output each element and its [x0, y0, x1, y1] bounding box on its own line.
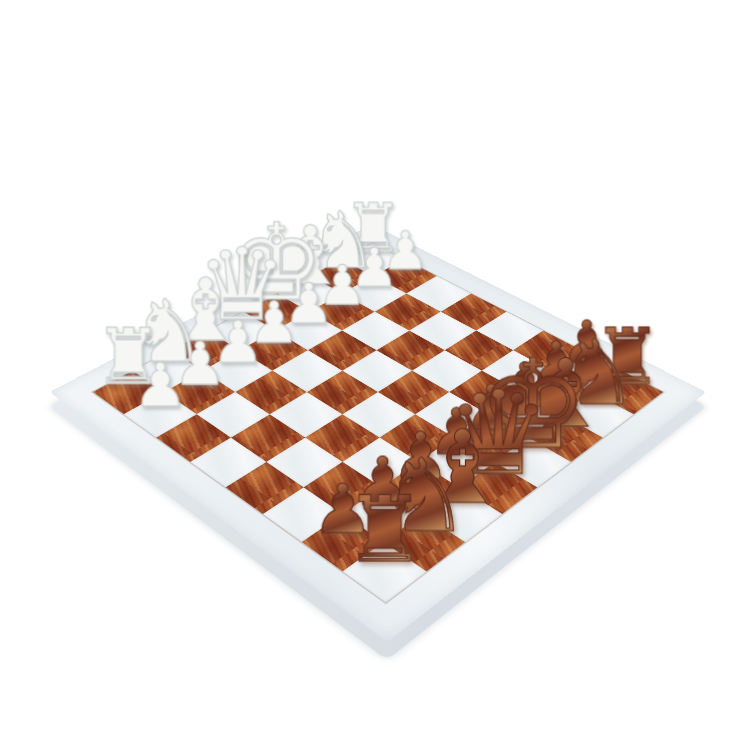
board-3d: ♜♞♝♛♚♝♞♜♟♟♟♟♟♟♟♟♟♟♟♟♟♟♟♟♜♞♝♛♚♝♞♜	[50, 224, 707, 642]
square-a8: ♜	[343, 542, 427, 602]
rook-icon: ♜	[593, 321, 662, 392]
board-frame: ♜♞♝♛♚♝♞♜♟♟♟♟♟♟♟♟♟♟♟♟♟♟♟♟♜♞♝♛♚♝♞♜	[50, 224, 707, 642]
square-b1: ♞	[133, 350, 203, 392]
rook-icon: ♜	[343, 197, 403, 259]
board-grid: ♜♞♝♛♚♝♞♜♟♟♟♟♟♟♟♟♟♟♟♟♟♟♟♟♜♞♝♛♚♝♞♜	[93, 243, 663, 602]
white-knight-b1: ♞	[119, 238, 216, 370]
white-queen-d1: ♛	[195, 204, 288, 331]
white-pawn-g2: ♟	[330, 172, 419, 294]
white-rook-h1: ♜	[330, 142, 416, 259]
square-g8: ♞	[561, 392, 634, 438]
chess-scene: ♜♞♝♛♚♝♞♜♟♟♟♟♟♟♟♟♟♟♟♟♟♟♟♟♜♞♝♛♚♝♞♜	[0, 0, 750, 745]
